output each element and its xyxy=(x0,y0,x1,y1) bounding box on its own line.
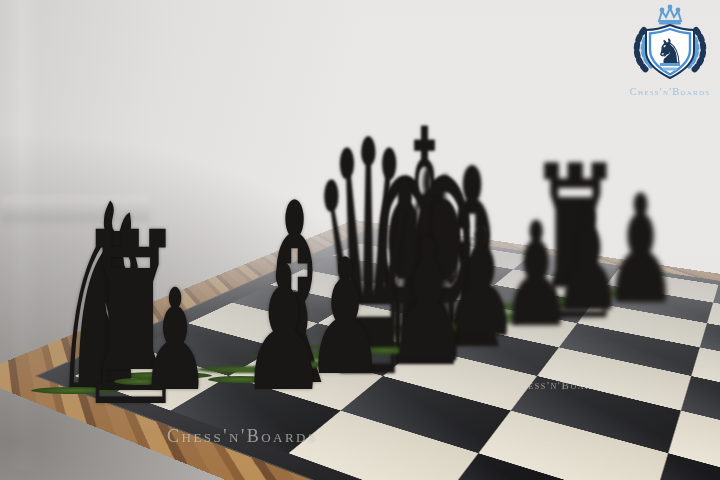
board-gloss-border xyxy=(35,228,720,480)
shield-stripe-2 xyxy=(663,68,677,71)
wooden-board-rim xyxy=(0,220,720,480)
brand-name: Chess'n'Boards xyxy=(622,86,718,97)
logo-emblem: ♞ xyxy=(622,4,718,84)
crown-icon xyxy=(659,6,681,25)
photo-stage: ♜♞♝♛♚♝♞♜♟♟♟♟♟♟♟♟ Chess'n'Boards Chess'n'… xyxy=(0,0,720,480)
chessboard-grid xyxy=(75,233,720,480)
shield-stripe-1 xyxy=(660,63,680,66)
board-scene xyxy=(0,0,720,480)
brand-logo: ♞ Chess'n'Boards xyxy=(622,4,718,97)
